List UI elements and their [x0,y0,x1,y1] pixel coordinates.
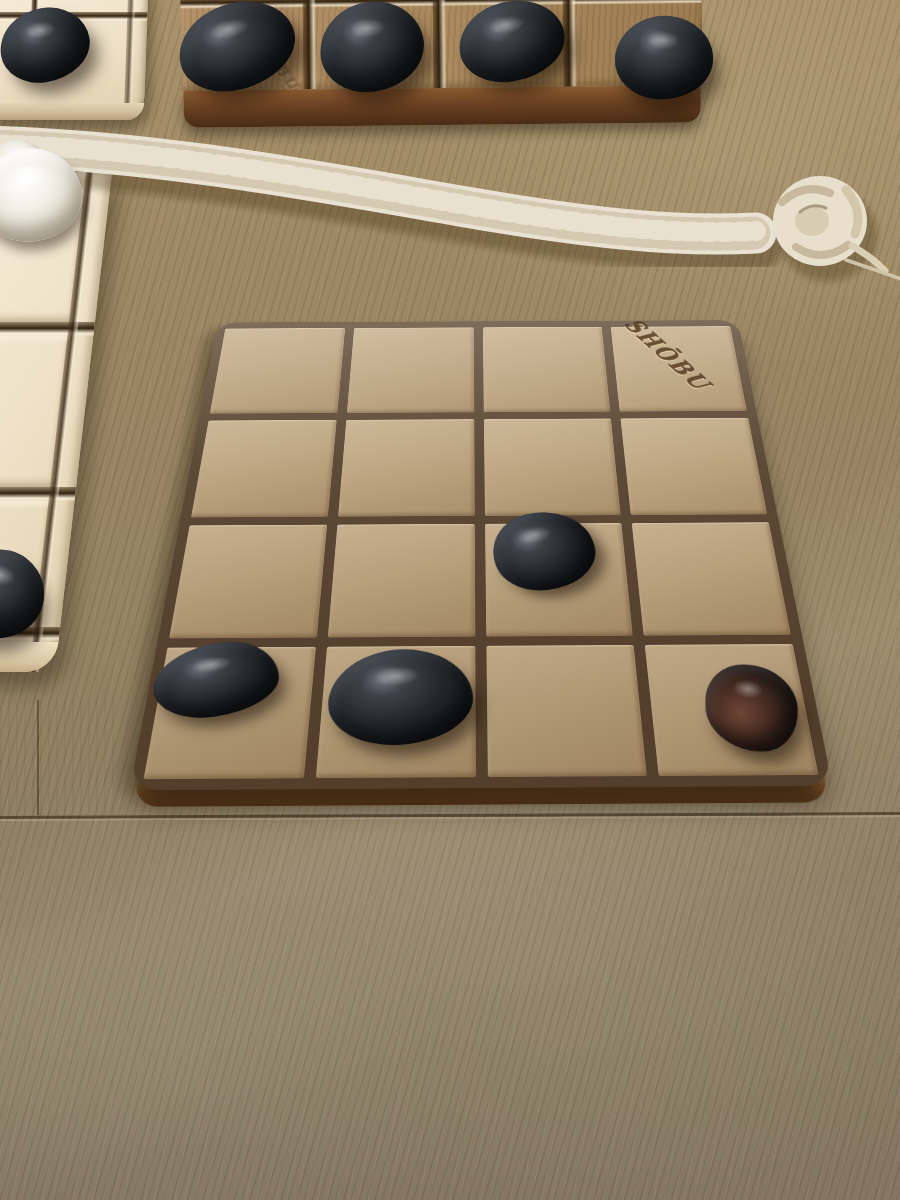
black-stone[interactable] [154,635,282,726]
top-dark-board-face: SHŌBU [180,0,702,91]
main-board: SHŌBU [130,320,833,790]
main-cell-r1c0[interactable] [191,420,337,518]
top-dark-board: SHŌBU [180,0,703,128]
main-board-grid [144,326,819,779]
main-board-wrap: SHŌBU [130,320,833,790]
board-groove [562,0,576,87]
main-cell-r2c0[interactable] [169,525,327,638]
main-cell-r3c1[interactable] [316,645,476,778]
main-cell-r2c1[interactable] [328,524,475,637]
board-groove [0,487,76,501]
main-cell-r1c2[interactable] [483,418,620,516]
main-cell-r3c2[interactable] [486,645,647,778]
board-side-edge [183,85,700,127]
main-cell-r2c2[interactable] [485,523,633,636]
plank-end-grain [0,700,120,815]
black-stone[interactable] [454,0,571,89]
main-cell-r0c2[interactable] [482,327,610,412]
black-stone[interactable] [316,0,428,97]
main-cell-r1c1[interactable] [338,419,474,517]
black-stone[interactable] [327,646,475,749]
main-cell-r3c0[interactable] [144,646,316,779]
main-cell-r3c3[interactable] [645,644,819,776]
black-stone[interactable] [704,661,800,755]
main-cell-r2c3[interactable] [632,522,791,635]
board-groove [302,0,316,89]
black-stone[interactable] [481,503,609,600]
board-groove [0,322,95,336]
main-cell-r0c1[interactable] [347,327,474,412]
main-cell-r1c3[interactable] [621,418,768,516]
board-groove [432,0,446,88]
scene: SHŌBU SHŌBU [0,0,900,1200]
main-cell-r0c0[interactable] [210,328,345,413]
board-side-edge [0,103,144,120]
